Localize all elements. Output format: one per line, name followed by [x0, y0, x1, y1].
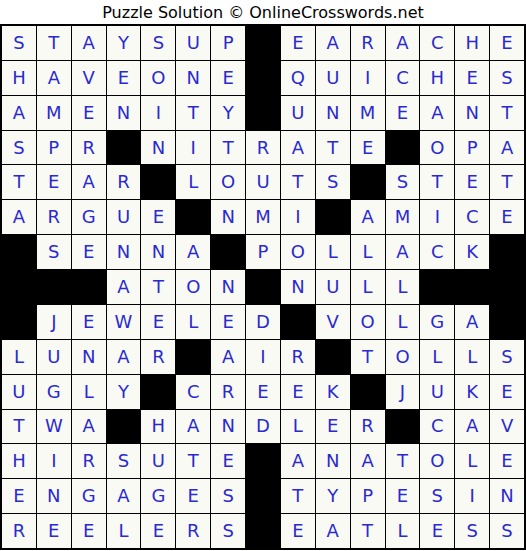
cell-r3c5: I	[141, 96, 175, 130]
block-r8c8	[246, 270, 280, 304]
cell-r2c9: Q	[281, 61, 315, 95]
cell-r14c7: S	[211, 479, 245, 513]
cell-r1c11: R	[351, 26, 385, 60]
block-r15c8	[246, 514, 280, 548]
cell-r6c4: U	[107, 200, 141, 234]
cell-r3c13: A	[420, 96, 454, 130]
cell-r12c6: A	[176, 410, 210, 444]
cell-r13c1: H	[2, 444, 36, 478]
cell-r12c8: D	[246, 410, 280, 444]
cell-r10c15: S	[490, 340, 524, 374]
cell-r9c10: V	[316, 305, 350, 339]
cell-r4c6: I	[176, 131, 210, 165]
cell-r3c10: N	[316, 96, 350, 130]
cell-r11c7: R	[211, 375, 245, 409]
cell-r13c2: I	[37, 444, 71, 478]
block-r8c1	[2, 270, 36, 304]
cell-r2c15: S	[490, 61, 524, 95]
cell-r12c1: T	[2, 410, 36, 444]
cell-r14c10: Y	[316, 479, 350, 513]
cell-r3c2: M	[37, 96, 71, 130]
cell-r10c7: A	[211, 340, 245, 374]
cell-r2c6: N	[176, 61, 210, 95]
cell-r6c3: G	[72, 200, 106, 234]
cell-r11c1: U	[2, 375, 36, 409]
cell-r10c3: N	[72, 340, 106, 374]
cell-r1c13: C	[420, 26, 454, 60]
block-r10c10	[316, 340, 350, 374]
cell-r12c3: A	[72, 410, 106, 444]
cell-r5c7: O	[211, 165, 245, 199]
cell-r1c4: Y	[107, 26, 141, 60]
cell-r6c5: E	[141, 200, 175, 234]
block-r9c1	[2, 305, 36, 339]
cell-r5c6: L	[176, 165, 210, 199]
cell-r8c5: T	[141, 270, 175, 304]
cell-r14c11: P	[351, 479, 385, 513]
cell-r9c11: O	[351, 305, 385, 339]
cell-r9c8: D	[246, 305, 280, 339]
cell-r7c2: S	[37, 235, 71, 269]
cell-r8c4: A	[107, 270, 141, 304]
cell-r1c12: A	[386, 26, 420, 60]
cell-r6c15: E	[490, 200, 524, 234]
cell-r5c1: T	[2, 165, 36, 199]
cell-r11c6: C	[176, 375, 210, 409]
cell-r5c9: T	[281, 165, 315, 199]
cell-r3c15: T	[490, 96, 524, 130]
cell-r4c14: P	[455, 131, 489, 165]
block-r8c3	[72, 270, 106, 304]
block-r11c11	[351, 375, 385, 409]
cell-r5c13: T	[420, 165, 454, 199]
cell-r10c2: U	[37, 340, 71, 374]
cell-r15c14: S	[455, 514, 489, 548]
cell-r1c1: S	[2, 26, 36, 60]
cell-r10c14: L	[455, 340, 489, 374]
cell-r14c9: T	[281, 479, 315, 513]
cell-r14c3: G	[72, 479, 106, 513]
page-title: Puzzle Solution © OnlineCrosswords.net	[0, 0, 526, 24]
cell-r1c6: U	[176, 26, 210, 60]
cell-r8c12: L	[386, 270, 420, 304]
cell-r15c4: L	[107, 514, 141, 548]
cell-r12c14: A	[455, 410, 489, 444]
cell-r9c7: E	[211, 305, 245, 339]
crossword-grid: STAYSUPEARACHEHAVEONEQUICHESAMENITYUNMEA…	[0, 24, 526, 550]
cell-r6c8: M	[246, 200, 280, 234]
cell-r15c15: S	[490, 514, 524, 548]
cell-r3c11: M	[351, 96, 385, 130]
cell-r7c11: L	[351, 235, 385, 269]
cell-r12c7: N	[211, 410, 245, 444]
cell-r15c3: E	[72, 514, 106, 548]
cell-r1c10: A	[316, 26, 350, 60]
cell-r3c1: A	[2, 96, 36, 130]
cell-r13c9: A	[281, 444, 315, 478]
cell-r4c13: O	[420, 131, 454, 165]
cell-r15c11: T	[351, 514, 385, 548]
cell-r7c9: O	[281, 235, 315, 269]
cell-r4c5: N	[141, 131, 175, 165]
cell-r11c10: K	[316, 375, 350, 409]
cell-r7c5: N	[141, 235, 175, 269]
cell-r12c2: W	[37, 410, 71, 444]
cell-r7c13: C	[420, 235, 454, 269]
cell-r3c3: E	[72, 96, 106, 130]
block-r10c6	[176, 340, 210, 374]
cell-r5c15: T	[490, 165, 524, 199]
cell-r7c8: P	[246, 235, 280, 269]
cell-r10c4: A	[107, 340, 141, 374]
cell-r14c4: A	[107, 479, 141, 513]
cell-r9c14: A	[455, 305, 489, 339]
cell-r14c2: N	[37, 479, 71, 513]
block-r7c7	[211, 235, 245, 269]
cell-r13c7: E	[211, 444, 245, 478]
cell-r13c5: U	[141, 444, 175, 478]
cell-r5c8: U	[246, 165, 280, 199]
cell-r13c10: N	[316, 444, 350, 478]
block-r9c9	[281, 305, 315, 339]
cell-r12c10: E	[316, 410, 350, 444]
cell-r2c11: I	[351, 61, 385, 95]
cell-r11c14: K	[455, 375, 489, 409]
cell-r12c15: V	[490, 410, 524, 444]
cell-r12c11: R	[351, 410, 385, 444]
cell-r6c1: A	[2, 200, 36, 234]
block-r11c5	[141, 375, 175, 409]
cell-r5c4: R	[107, 165, 141, 199]
cell-r8c11: L	[351, 270, 385, 304]
cell-r9c2: J	[37, 305, 71, 339]
cell-r1c5: S	[141, 26, 175, 60]
block-r9c15	[490, 305, 524, 339]
cell-r11c4: Y	[107, 375, 141, 409]
cell-r11c13: U	[420, 375, 454, 409]
cell-r7c12: A	[386, 235, 420, 269]
cell-r14c5: G	[141, 479, 175, 513]
cell-r12c9: L	[281, 410, 315, 444]
cell-r5c3: A	[72, 165, 106, 199]
cell-r15c2: E	[37, 514, 71, 548]
cell-r4c3: R	[72, 131, 106, 165]
cell-r11c2: G	[37, 375, 71, 409]
cell-r10c13: L	[420, 340, 454, 374]
block-r2c8	[246, 61, 280, 95]
block-r5c5	[141, 165, 175, 199]
block-r8c13	[420, 270, 454, 304]
block-r4c4	[107, 131, 141, 165]
cell-r13c12: T	[386, 444, 420, 478]
cell-r15c7: S	[211, 514, 245, 548]
cell-r15c5: E	[141, 514, 175, 548]
block-r8c14	[455, 270, 489, 304]
cell-r13c6: T	[176, 444, 210, 478]
cell-r6c13: I	[420, 200, 454, 234]
cell-r2c7: E	[211, 61, 245, 95]
block-r6c10	[316, 200, 350, 234]
cell-r9c6: L	[176, 305, 210, 339]
cell-r5c14: E	[455, 165, 489, 199]
cell-r7c10: L	[316, 235, 350, 269]
cell-r14c14: I	[455, 479, 489, 513]
cell-r1c14: H	[455, 26, 489, 60]
cell-r2c3: V	[72, 61, 106, 95]
cell-r4c8: R	[246, 131, 280, 165]
block-r7c15	[490, 235, 524, 269]
cell-r10c11: T	[351, 340, 385, 374]
cell-r4c7: T	[211, 131, 245, 165]
cell-r9c13: G	[420, 305, 454, 339]
cell-r6c11: A	[351, 200, 385, 234]
cell-r7c3: E	[72, 235, 106, 269]
cell-r10c9: R	[281, 340, 315, 374]
cell-r14c13: S	[420, 479, 454, 513]
cell-r11c12: J	[386, 375, 420, 409]
cell-r1c3: A	[72, 26, 106, 60]
cell-r2c4: E	[107, 61, 141, 95]
cell-r6c12: M	[386, 200, 420, 234]
cell-r10c1: L	[2, 340, 36, 374]
cell-r13c13: O	[420, 444, 454, 478]
cell-r2c13: H	[420, 61, 454, 95]
cell-r5c10: S	[316, 165, 350, 199]
cell-r15c6: R	[176, 514, 210, 548]
cell-r8c9: N	[281, 270, 315, 304]
puzzle-solution-page: Puzzle Solution © OnlineCrosswords.net S…	[0, 0, 526, 551]
cell-r2c12: C	[386, 61, 420, 95]
cell-r4c1: S	[2, 131, 36, 165]
block-r7c1	[2, 235, 36, 269]
cell-r11c8: E	[246, 375, 280, 409]
block-r12c4	[107, 410, 141, 444]
cell-r14c12: E	[386, 479, 420, 513]
cell-r4c10: T	[316, 131, 350, 165]
block-r1c8	[246, 26, 280, 60]
cell-r4c15: A	[490, 131, 524, 165]
cell-r1c7: P	[211, 26, 245, 60]
cell-r2c14: E	[455, 61, 489, 95]
cell-r8c7: N	[211, 270, 245, 304]
cell-r6c7: N	[211, 200, 245, 234]
cell-r9c12: L	[386, 305, 420, 339]
block-r12c12	[386, 410, 420, 444]
block-r3c8	[246, 96, 280, 130]
cell-r4c2: P	[37, 131, 71, 165]
cell-r8c6: O	[176, 270, 210, 304]
cell-r13c3: R	[72, 444, 106, 478]
cell-r6c14: C	[455, 200, 489, 234]
cell-r9c3: E	[72, 305, 106, 339]
cell-r10c5: R	[141, 340, 175, 374]
cell-r15c12: L	[386, 514, 420, 548]
cell-r3c4: N	[107, 96, 141, 130]
cell-r15c1: R	[2, 514, 36, 548]
cell-r2c1: H	[2, 61, 36, 95]
cell-r12c5: H	[141, 410, 175, 444]
cell-r6c2: R	[37, 200, 71, 234]
cell-r4c11: E	[351, 131, 385, 165]
cell-r12c13: C	[420, 410, 454, 444]
block-r14c8	[246, 479, 280, 513]
cell-r3c6: T	[176, 96, 210, 130]
cell-r14c6: E	[176, 479, 210, 513]
cell-r9c4: W	[107, 305, 141, 339]
cell-r15c10: A	[316, 514, 350, 548]
block-r4c12	[386, 131, 420, 165]
cell-r15c9: E	[281, 514, 315, 548]
cell-r4c9: A	[281, 131, 315, 165]
block-r13c8	[246, 444, 280, 478]
cell-r1c9: E	[281, 26, 315, 60]
cell-r1c2: T	[37, 26, 71, 60]
cell-r3c7: Y	[211, 96, 245, 130]
cell-r6c9: I	[281, 200, 315, 234]
cell-r10c8: I	[246, 340, 280, 374]
cell-r11c3: L	[72, 375, 106, 409]
cell-r13c4: S	[107, 444, 141, 478]
block-r6c6	[176, 200, 210, 234]
cell-r7c4: N	[107, 235, 141, 269]
cell-r2c2: A	[37, 61, 71, 95]
cell-r13c15: E	[490, 444, 524, 478]
cell-r2c5: O	[141, 61, 175, 95]
cell-r3c12: E	[386, 96, 420, 130]
cell-r8c10: U	[316, 270, 350, 304]
cell-r13c11: A	[351, 444, 385, 478]
cell-r14c15: N	[490, 479, 524, 513]
cell-r14c1: E	[2, 479, 36, 513]
cell-r3c14: N	[455, 96, 489, 130]
block-r5c11	[351, 165, 385, 199]
cell-r9c5: E	[141, 305, 175, 339]
cell-r11c9: E	[281, 375, 315, 409]
cell-r7c6: A	[176, 235, 210, 269]
cell-r13c14: L	[455, 444, 489, 478]
block-r8c2	[37, 270, 71, 304]
cell-r2c10: U	[316, 61, 350, 95]
cell-r7c14: K	[455, 235, 489, 269]
cell-r11c15: E	[490, 375, 524, 409]
block-r8c15	[490, 270, 524, 304]
cell-r15c13: E	[420, 514, 454, 548]
cell-r1c15: E	[490, 26, 524, 60]
cell-r5c2: E	[37, 165, 71, 199]
cell-r5c12: S	[386, 165, 420, 199]
cell-r3c9: U	[281, 96, 315, 130]
cell-r10c12: O	[386, 340, 420, 374]
